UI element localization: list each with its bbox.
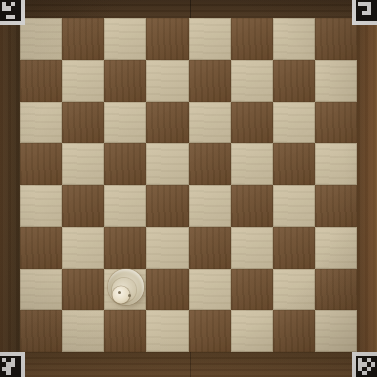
- square-d1[interactable]: [146, 310, 188, 352]
- marker-pattern: [356, 0, 377, 21]
- square-c2[interactable]: ♙: [104, 269, 146, 311]
- square-d3[interactable]: [146, 227, 188, 269]
- square-f5[interactable]: [231, 143, 273, 185]
- square-g4[interactable]: [273, 185, 315, 227]
- square-c1[interactable]: [104, 310, 146, 352]
- square-b5[interactable]: [62, 143, 104, 185]
- square-b2[interactable]: [62, 269, 104, 311]
- square-g6[interactable]: [273, 102, 315, 144]
- square-d4[interactable]: [146, 185, 188, 227]
- aruco-marker-top-left: [0, 0, 25, 25]
- square-d5[interactable]: [146, 143, 188, 185]
- square-f4[interactable]: [231, 185, 273, 227]
- board-frame-right: [357, 18, 377, 352]
- square-a1[interactable]: [20, 310, 62, 352]
- square-a3[interactable]: [20, 227, 62, 269]
- square-h5[interactable]: [315, 143, 357, 185]
- square-h4[interactable]: [315, 185, 357, 227]
- square-g8[interactable]: [273, 18, 315, 60]
- square-h3[interactable]: [315, 227, 357, 269]
- square-c4[interactable]: [104, 185, 146, 227]
- square-a5[interactable]: [20, 143, 62, 185]
- square-h2[interactable]: [315, 269, 357, 311]
- chess-board-photo: ♙: [0, 0, 377, 377]
- square-d8[interactable]: [146, 18, 188, 60]
- square-d2[interactable]: [146, 269, 188, 311]
- square-a2[interactable]: [20, 269, 62, 311]
- square-f8[interactable]: [231, 18, 273, 60]
- square-h6[interactable]: [315, 102, 357, 144]
- aruco-marker-top-right: [352, 0, 377, 25]
- square-b1[interactable]: [62, 310, 104, 352]
- square-c5[interactable]: [104, 143, 146, 185]
- marker-pattern: [0, 356, 21, 377]
- piece-white-pawn[interactable]: ♙: [104, 269, 146, 311]
- square-a6[interactable]: [20, 102, 62, 144]
- square-c6[interactable]: [104, 102, 146, 144]
- square-h7[interactable]: [315, 60, 357, 102]
- square-b7[interactable]: [62, 60, 104, 102]
- square-f2[interactable]: [231, 269, 273, 311]
- square-f3[interactable]: [231, 227, 273, 269]
- board-frame-top: [0, 0, 377, 18]
- square-h1[interactable]: [315, 310, 357, 352]
- square-f6[interactable]: [231, 102, 273, 144]
- square-a4[interactable]: [20, 185, 62, 227]
- pawn-ball-top: [112, 286, 129, 303]
- square-a8[interactable]: [20, 18, 62, 60]
- square-b4[interactable]: [62, 185, 104, 227]
- chess-board: ♙: [20, 18, 357, 352]
- square-g3[interactable]: [273, 227, 315, 269]
- square-g1[interactable]: [273, 310, 315, 352]
- aruco-marker-bottom-right: [352, 352, 377, 377]
- square-e2[interactable]: [189, 269, 231, 311]
- square-c8[interactable]: [104, 18, 146, 60]
- square-c3[interactable]: [104, 227, 146, 269]
- square-e3[interactable]: [189, 227, 231, 269]
- square-b6[interactable]: [62, 102, 104, 144]
- square-b8[interactable]: [62, 18, 104, 60]
- square-e4[interactable]: [189, 185, 231, 227]
- square-g5[interactable]: [273, 143, 315, 185]
- board-frame-left: [0, 18, 20, 352]
- square-d7[interactable]: [146, 60, 188, 102]
- square-d6[interactable]: [146, 102, 188, 144]
- square-a7[interactable]: [20, 60, 62, 102]
- aruco-marker-bottom-left: [0, 352, 25, 377]
- square-g7[interactable]: [273, 60, 315, 102]
- square-b3[interactable]: [62, 227, 104, 269]
- square-f1[interactable]: [231, 310, 273, 352]
- square-g2[interactable]: [273, 269, 315, 311]
- square-c7[interactable]: [104, 60, 146, 102]
- board-frame-bottom: [0, 352, 377, 377]
- square-e7[interactable]: [189, 60, 231, 102]
- square-e1[interactable]: [189, 310, 231, 352]
- square-e8[interactable]: [189, 18, 231, 60]
- marker-pattern: [356, 356, 377, 377]
- marker-pattern: [0, 0, 21, 21]
- square-e5[interactable]: [189, 143, 231, 185]
- square-h8[interactable]: [315, 18, 357, 60]
- square-f7[interactable]: [231, 60, 273, 102]
- square-e6[interactable]: [189, 102, 231, 144]
